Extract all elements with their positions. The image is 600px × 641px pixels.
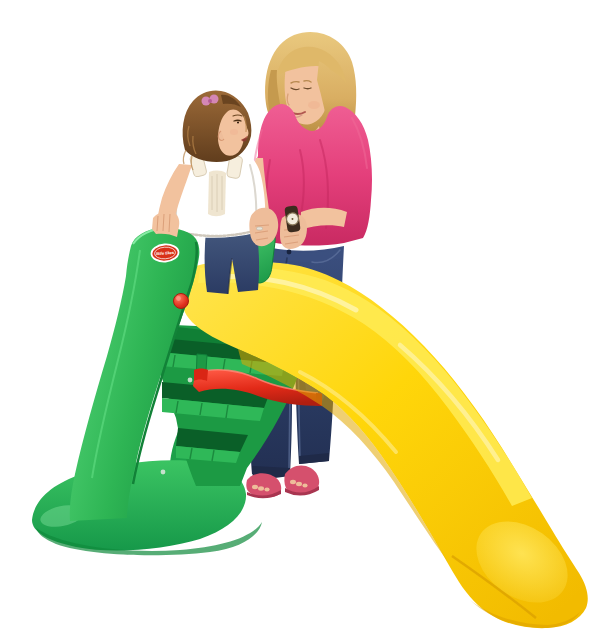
toes-right — [290, 480, 296, 484]
child-cheek-blush — [230, 129, 238, 135]
scene-illustration: little tikes — [0, 0, 600, 641]
child-eye — [237, 122, 239, 124]
jeans-button — [287, 250, 292, 255]
base-rivet — [161, 470, 166, 475]
button-highlight — [176, 296, 181, 301]
toes-left-3 — [264, 488, 269, 492]
toes-right-2 — [296, 482, 302, 486]
step-rivet — [188, 378, 193, 383]
toes-left — [252, 485, 258, 489]
toes-right-3 — [302, 484, 307, 488]
ladder-red-button — [174, 294, 189, 309]
handle-wrap — [194, 369, 208, 382]
woman-cheek-blush — [308, 101, 320, 109]
product-photo-stage: little tikes — [0, 0, 600, 641]
child-gripping-hand — [152, 211, 179, 237]
ring — [257, 227, 263, 230]
toes-left-2 — [258, 486, 264, 490]
